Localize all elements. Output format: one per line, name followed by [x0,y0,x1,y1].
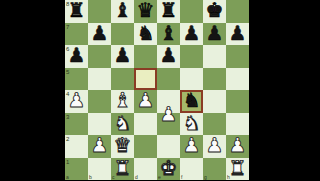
square-g6[interactable] [203,45,226,68]
square-a6[interactable]: 6♟ [65,45,88,68]
square-h4[interactable] [226,90,249,113]
white-knight-c3[interactable]: ♞ [114,113,132,133]
rank-label-8: 8 [66,1,69,7]
black-rook-e8[interactable]: ♜ [160,0,178,20]
square-e2[interactable] [157,135,180,158]
rank-label-4: 4 [66,91,69,97]
file-label-b: b [89,174,92,180]
square-e3[interactable]: ♟ [157,113,180,136]
rank-label-6: 6 [66,46,69,52]
square-f7[interactable]: ♟ [180,23,203,46]
square-b6[interactable] [88,45,111,68]
square-a8[interactable]: 8♜ [65,0,88,23]
square-f3[interactable]: ♞ [180,113,203,136]
square-b5[interactable] [88,68,111,91]
white-pawn-d4[interactable]: ♟ [137,90,155,110]
square-a1[interactable]: 1a [65,158,88,181]
black-knight-d7[interactable]: ♞ [137,23,155,43]
square-c7[interactable] [111,23,134,46]
file-label-c: c [112,174,115,180]
square-d5[interactable] [134,68,157,91]
square-d4[interactable]: ♟ [134,90,157,113]
square-a5[interactable]: 5 [65,68,88,91]
white-knight-f3[interactable]: ♞ [183,113,201,133]
square-d7[interactable]: ♞ [134,23,157,46]
black-knight-f4[interactable]: ♞ [183,90,201,110]
square-g4[interactable] [203,90,226,113]
chess-board: 8♜♝♛♜♚7♟♞♝♟♟♟6♟♟♟54♟♝♟♞3♞♟♞2♟♛♟♟♟1abc♜de… [65,0,249,180]
square-f5[interactable] [180,68,203,91]
square-d2[interactable] [134,135,157,158]
square-h1[interactable]: h♜ [226,158,249,181]
white-pawn-f2[interactable]: ♟ [183,135,201,155]
white-queen-c2[interactable]: ♛ [114,135,132,155]
black-pawn-b7[interactable]: ♟ [91,23,109,43]
square-b2[interactable]: ♟ [88,135,111,158]
square-d1[interactable]: d [134,158,157,181]
white-pawn-g2[interactable]: ♟ [206,135,224,155]
rank-label-2: 2 [66,136,69,142]
black-bishop-c8[interactable]: ♝ [114,0,132,20]
white-rook-c1[interactable]: ♜ [114,158,132,178]
square-a4[interactable]: 4♟ [65,90,88,113]
black-pawn-h7[interactable]: ♟ [229,23,247,43]
rank-label-5: 5 [66,69,69,75]
square-a2[interactable]: 2 [65,135,88,158]
square-f1[interactable]: f [180,158,203,181]
square-e6[interactable]: ♟ [157,45,180,68]
video-frame: 8♜♝♛♜♚7♟♞♝♟♟♟6♟♟♟54♟♝♟♞3♞♟♞2♟♛♟♟♟1abc♜de… [0,0,320,180]
square-d3[interactable] [134,113,157,136]
square-f4[interactable]: ♞ [180,90,203,113]
rank-label-1: 1 [66,159,69,165]
square-c8[interactable]: ♝ [111,0,134,23]
square-b4[interactable] [88,90,111,113]
square-h6[interactable] [226,45,249,68]
square-g7[interactable]: ♟ [203,23,226,46]
square-g8[interactable]: ♚ [203,0,226,23]
letterbox-left [0,0,65,180]
file-label-g: g [204,174,207,180]
black-king-g8[interactable]: ♚ [206,0,224,20]
square-c5[interactable] [111,68,134,91]
square-h3[interactable] [226,113,249,136]
black-pawn-g7[interactable]: ♟ [206,23,224,43]
square-f8[interactable] [180,0,203,23]
square-e5[interactable] [157,68,180,91]
square-g5[interactable] [203,68,226,91]
black-pawn-e6[interactable]: ♟ [160,45,178,65]
square-c1[interactable]: c♜ [111,158,134,181]
square-b3[interactable] [88,113,111,136]
square-a7[interactable]: 7 [65,23,88,46]
file-label-e: e [158,174,161,180]
square-d6[interactable] [134,45,157,68]
square-g3[interactable] [203,113,226,136]
square-e1[interactable]: e♚ [157,158,180,181]
square-a3[interactable]: 3 [65,113,88,136]
square-g2[interactable]: ♟ [203,135,226,158]
white-pawn-h2[interactable]: ♟ [229,135,247,155]
file-label-a: a [66,174,69,180]
white-rook-h1[interactable]: ♜ [229,158,247,178]
square-e8[interactable]: ♜ [157,0,180,23]
square-e7[interactable]: ♝ [157,23,180,46]
white-bishop-c4[interactable]: ♝ [114,90,132,110]
square-c6[interactable]: ♟ [111,45,134,68]
white-king-e1[interactable]: ♚ [160,158,178,178]
file-label-d: d [135,174,138,180]
square-b7[interactable]: ♟ [88,23,111,46]
rank-label-3: 3 [66,114,69,120]
rank-label-7: 7 [66,24,69,30]
black-pawn-c6[interactable]: ♟ [114,45,132,65]
square-h8[interactable] [226,0,249,23]
square-c2[interactable]: ♛ [111,135,134,158]
black-queen-d8[interactable]: ♛ [137,0,155,20]
black-pawn-a6[interactable]: ♟ [68,45,86,65]
square-b1[interactable]: b [88,158,111,181]
square-h7[interactable]: ♟ [226,23,249,46]
square-f2[interactable]: ♟ [180,135,203,158]
square-f6[interactable] [180,45,203,68]
square-b8[interactable] [88,0,111,23]
white-pawn-b2[interactable]: ♟ [91,135,109,155]
black-bishop-e7[interactable]: ♝ [160,23,178,43]
square-d8[interactable]: ♛ [134,0,157,23]
white-pawn-e3[interactable]: ♟ [160,104,178,124]
black-rook-a8[interactable]: ♜ [68,0,86,20]
square-c4[interactable]: ♝ [111,90,134,113]
letterbox-right [249,0,320,180]
square-h2[interactable]: ♟ [226,135,249,158]
square-c3[interactable]: ♞ [111,113,134,136]
file-label-f: f [181,174,182,180]
white-pawn-a4[interactable]: ♟ [68,90,86,110]
square-h5[interactable] [226,68,249,91]
square-g1[interactable]: g [203,158,226,181]
file-label-h: h [227,174,230,180]
black-pawn-f7[interactable]: ♟ [183,23,201,43]
